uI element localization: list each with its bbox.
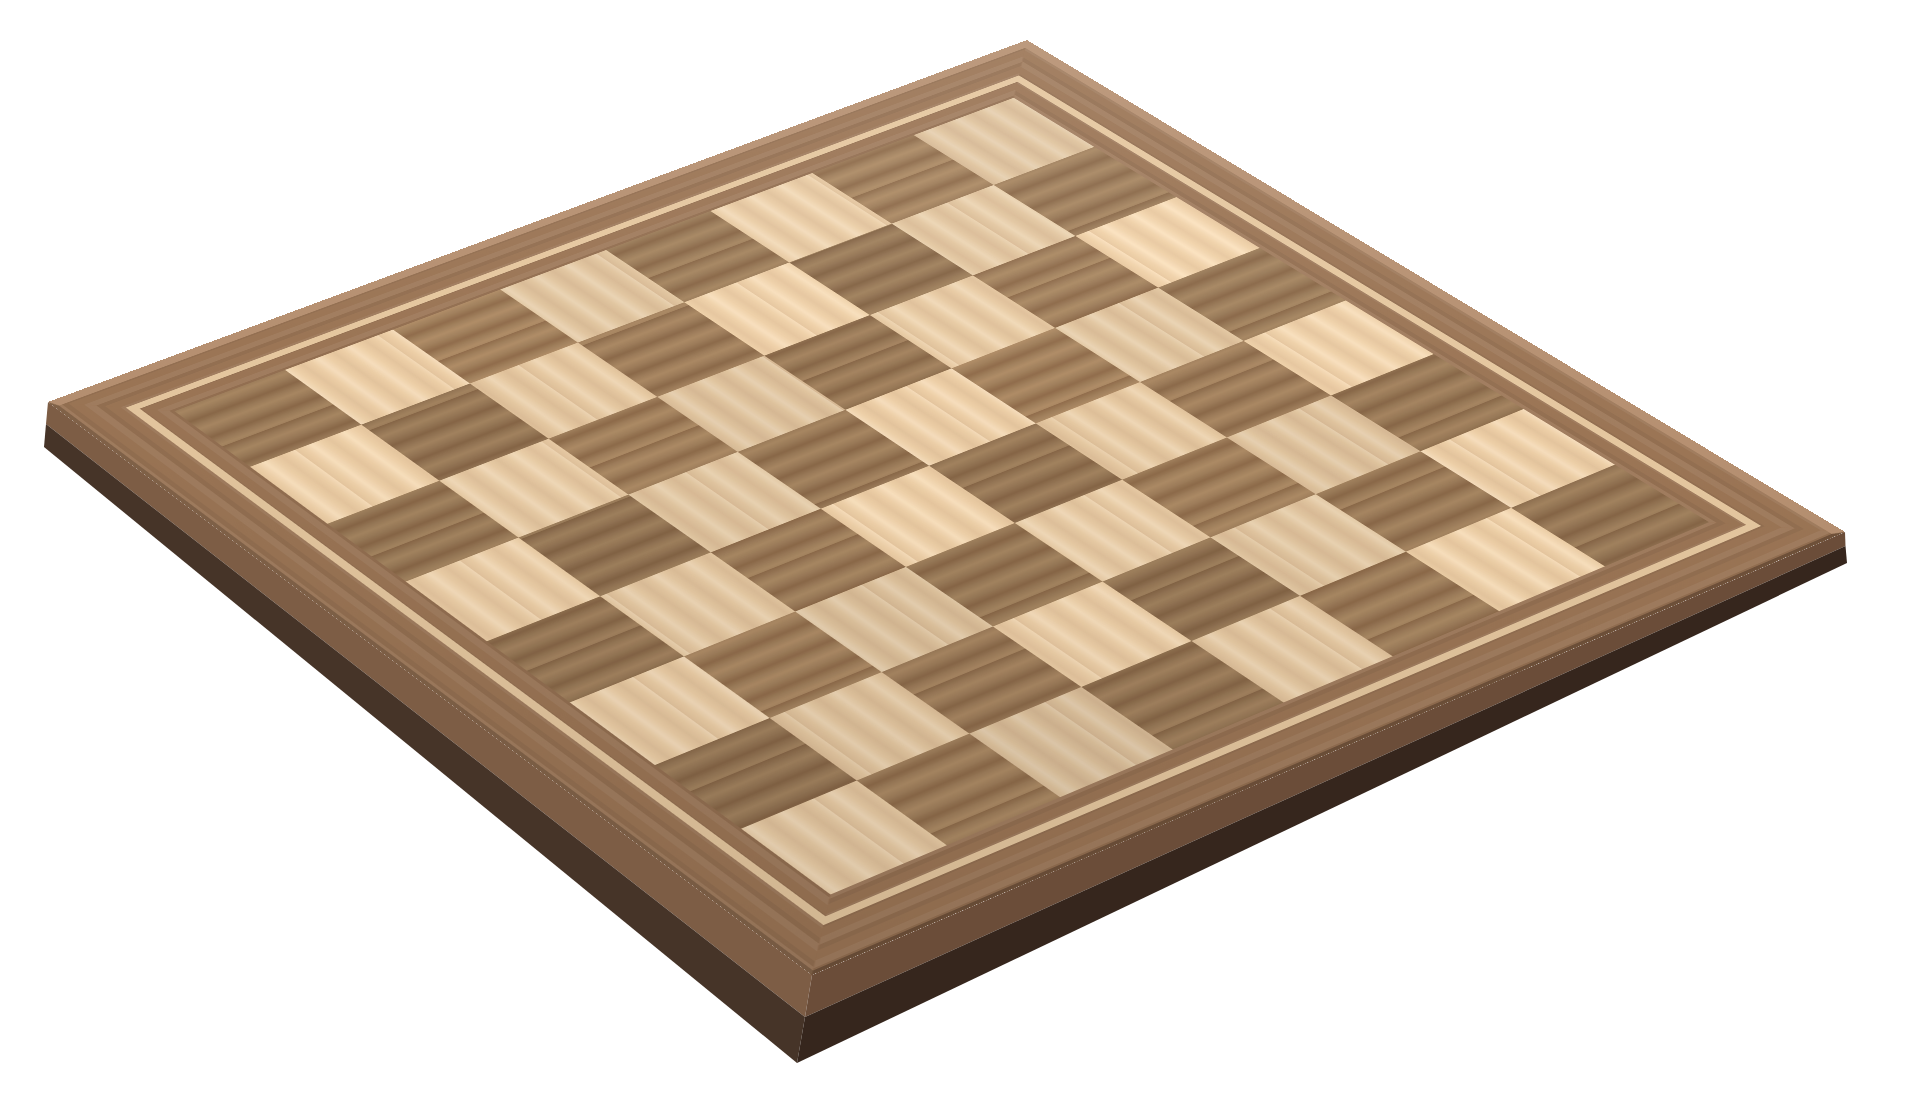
chessboard-product-photo bbox=[0, 0, 1921, 1105]
